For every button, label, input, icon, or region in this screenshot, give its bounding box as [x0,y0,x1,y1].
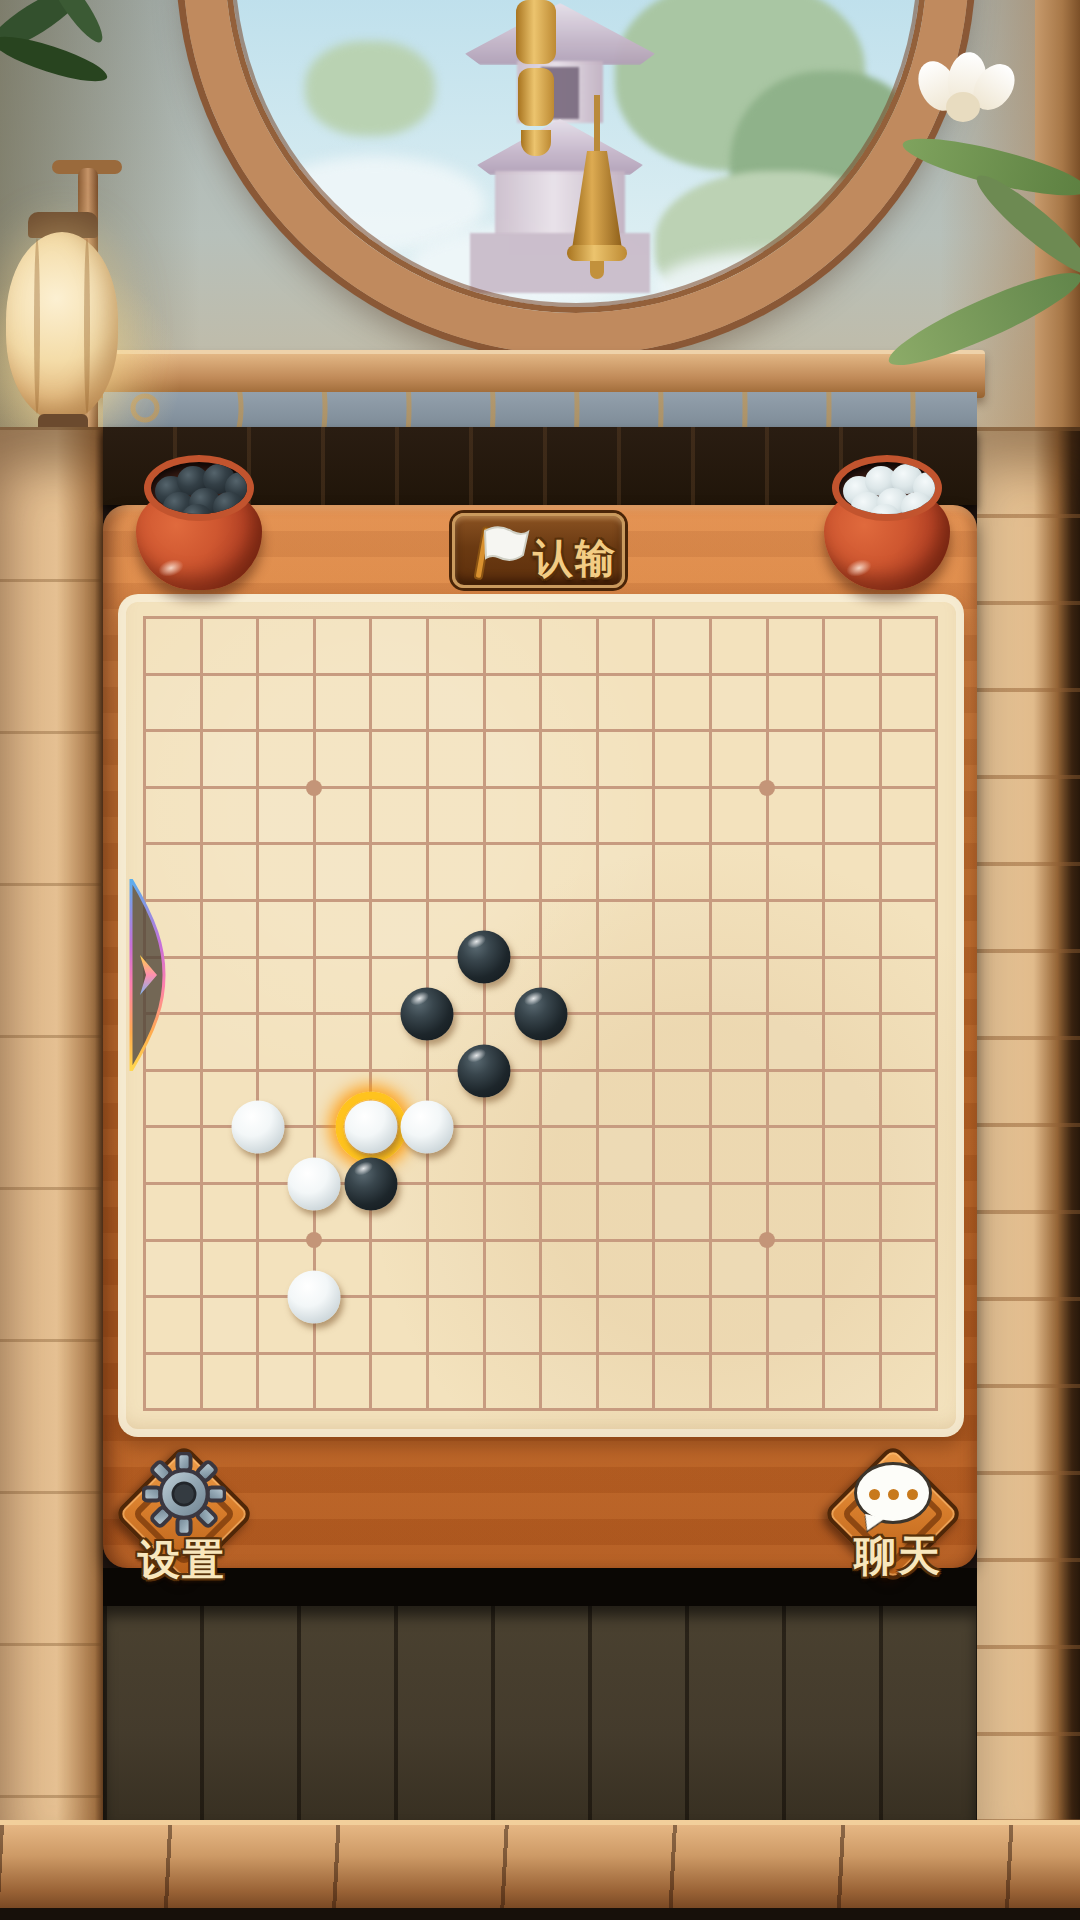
bottom-dark-wood-strip [103,1606,977,1820]
black-stone [457,1044,510,1097]
speech-bubble-icon [854,1462,932,1524]
side-drawer-tab[interactable] [128,879,170,1071]
bubble-dot [869,1489,880,1500]
gomoku-board[interactable] [118,594,964,1437]
white-stone [344,1101,397,1154]
black-stone [514,987,567,1040]
settings-button[interactable]: 设置 [120,1440,270,1590]
table-edge-left [0,427,103,1820]
white-flag-icon [467,523,531,585]
star-point [306,1232,322,1248]
bubble-dot [888,1489,899,1500]
white-stone [288,1157,341,1210]
chat-label: 聊天 [854,1528,942,1584]
flower-center [946,92,980,122]
lantern-body [6,232,118,422]
star-point [759,780,775,796]
lantern-rib [34,238,40,414]
white-stone [401,1101,454,1154]
carved-railing [103,392,977,427]
window-sill [95,350,985,398]
black-stone [401,987,454,1040]
black-stone-bowl [136,455,262,590]
table-surface-right [977,427,1080,1820]
surrender-label: 认输 [533,531,617,586]
gear-icon [142,1452,226,1536]
game-screen: 认输 设置 [0,0,1080,1920]
bubble-dot [907,1489,918,1500]
game-panel [103,505,977,1568]
white-stone [231,1101,284,1154]
star-point [759,1232,775,1248]
floor-shadow-edge [0,1908,1080,1920]
surrender-button[interactable]: 认输 [452,513,625,588]
chat-button[interactable]: 聊天 [828,1440,978,1590]
white-stone-bowl [824,455,950,590]
settings-label: 设置 [138,1532,226,1588]
wood-floor [0,1820,1080,1913]
lantern-rib [84,238,90,414]
black-stone [457,931,510,984]
black-stone [344,1157,397,1210]
white-stone [288,1270,341,1323]
bowl-opening [144,455,254,521]
star-point [306,780,322,796]
bowl-opening [832,455,942,521]
